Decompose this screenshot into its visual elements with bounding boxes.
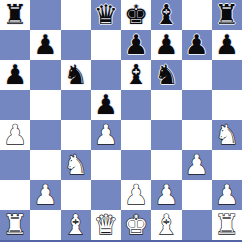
square-f5[interactable]	[151, 90, 181, 120]
white-pawn[interactable]: ♟	[33, 181, 57, 208]
square-f7[interactable]: ♟	[151, 30, 181, 60]
chess-board-container: ♜♛♚♝♜♟♟♟♟♟♟♞♝♞♟♟♟♞♞♟♟♟♟♟♜♝♛♚♝♜	[0, 0, 242, 242]
square-c2[interactable]	[61, 180, 91, 210]
square-e8[interactable]: ♚	[121, 0, 151, 30]
black-pawn[interactable]: ♟	[3, 61, 27, 88]
square-e3[interactable]	[121, 150, 151, 180]
square-g1[interactable]	[182, 210, 212, 240]
square-e4[interactable]	[121, 120, 151, 150]
black-pawn[interactable]: ♟	[215, 31, 239, 58]
square-e2[interactable]: ♟	[121, 180, 151, 210]
white-rook[interactable]: ♜	[215, 211, 239, 238]
square-f4[interactable]	[151, 120, 181, 150]
square-a3[interactable]	[0, 150, 30, 180]
chess-board: ♜♛♚♝♜♟♟♟♟♟♟♞♝♞♟♟♟♞♞♟♟♟♟♟♜♝♛♚♝♜	[0, 0, 242, 242]
square-b8[interactable]	[30, 0, 60, 30]
black-king[interactable]: ♚	[124, 1, 148, 28]
white-pawn[interactable]: ♟	[185, 151, 209, 178]
square-a7[interactable]	[0, 30, 30, 60]
black-rook[interactable]: ♜	[215, 1, 239, 28]
square-h4[interactable]: ♞	[212, 120, 242, 150]
square-d5[interactable]: ♟	[91, 90, 121, 120]
square-g5[interactable]	[182, 90, 212, 120]
square-g3[interactable]: ♟	[182, 150, 212, 180]
square-c1[interactable]: ♝	[61, 210, 91, 240]
white-king[interactable]: ♚	[124, 211, 148, 238]
square-b4[interactable]	[30, 120, 60, 150]
white-knight[interactable]: ♞	[215, 121, 239, 148]
square-f6[interactable]: ♞	[151, 60, 181, 90]
square-d3[interactable]	[91, 150, 121, 180]
square-h8[interactable]: ♜	[212, 0, 242, 30]
square-h3[interactable]	[212, 150, 242, 180]
square-c6[interactable]: ♞	[61, 60, 91, 90]
square-e1[interactable]: ♚	[121, 210, 151, 240]
black-pawn[interactable]: ♟	[94, 91, 118, 118]
square-h2[interactable]: ♟	[212, 180, 242, 210]
square-c4[interactable]	[61, 120, 91, 150]
square-e5[interactable]	[121, 90, 151, 120]
black-rook[interactable]: ♜	[3, 1, 27, 28]
white-pawn[interactable]: ♟	[94, 121, 118, 148]
black-knight[interactable]: ♞	[154, 61, 178, 88]
square-d4[interactable]: ♟	[91, 120, 121, 150]
black-bishop[interactable]: ♝	[124, 61, 148, 88]
square-b3[interactable]	[30, 150, 60, 180]
square-h7[interactable]: ♟	[212, 30, 242, 60]
black-queen[interactable]: ♛	[94, 1, 118, 28]
black-pawn[interactable]: ♟	[124, 31, 148, 58]
white-pawn[interactable]: ♟	[124, 181, 148, 208]
square-g4[interactable]	[182, 120, 212, 150]
square-e7[interactable]: ♟	[121, 30, 151, 60]
square-f8[interactable]: ♝	[151, 0, 181, 30]
white-bishop[interactable]: ♝	[154, 211, 178, 238]
square-d2[interactable]	[91, 180, 121, 210]
white-bishop[interactable]: ♝	[64, 211, 88, 238]
square-h5[interactable]	[212, 90, 242, 120]
square-d8[interactable]: ♛	[91, 0, 121, 30]
square-d6[interactable]	[91, 60, 121, 90]
black-pawn[interactable]: ♟	[154, 31, 178, 58]
black-pawn[interactable]: ♟	[185, 31, 209, 58]
square-e6[interactable]: ♝	[121, 60, 151, 90]
square-f1[interactable]: ♝	[151, 210, 181, 240]
square-h6[interactable]	[212, 60, 242, 90]
square-b6[interactable]	[30, 60, 60, 90]
square-g8[interactable]	[182, 0, 212, 30]
square-f3[interactable]	[151, 150, 181, 180]
square-g6[interactable]	[182, 60, 212, 90]
black-bishop[interactable]: ♝	[154, 1, 178, 28]
black-pawn[interactable]: ♟	[33, 31, 57, 58]
white-pawn[interactable]: ♟	[3, 121, 27, 148]
square-c7[interactable]	[61, 30, 91, 60]
white-pawn[interactable]: ♟	[154, 181, 178, 208]
white-knight[interactable]: ♞	[64, 151, 88, 178]
square-a4[interactable]: ♟	[0, 120, 30, 150]
white-queen[interactable]: ♛	[94, 211, 118, 238]
square-a5[interactable]	[0, 90, 30, 120]
square-b2[interactable]: ♟	[30, 180, 60, 210]
square-a6[interactable]: ♟	[0, 60, 30, 90]
square-g2[interactable]	[182, 180, 212, 210]
square-b1[interactable]	[30, 210, 60, 240]
white-pawn[interactable]: ♟	[215, 181, 239, 208]
square-h1[interactable]: ♜	[212, 210, 242, 240]
square-b7[interactable]: ♟	[30, 30, 60, 60]
square-c5[interactable]	[61, 90, 91, 120]
square-a2[interactable]	[0, 180, 30, 210]
black-knight[interactable]: ♞	[64, 61, 88, 88]
square-g7[interactable]: ♟	[182, 30, 212, 60]
square-a8[interactable]: ♜	[0, 0, 30, 30]
white-rook[interactable]: ♜	[3, 211, 27, 238]
square-b5[interactable]	[30, 90, 60, 120]
square-d1[interactable]: ♛	[91, 210, 121, 240]
square-d7[interactable]	[91, 30, 121, 60]
square-c3[interactable]: ♞	[61, 150, 91, 180]
square-a1[interactable]: ♜	[0, 210, 30, 240]
square-c8[interactable]	[61, 0, 91, 30]
square-f2[interactable]: ♟	[151, 180, 181, 210]
